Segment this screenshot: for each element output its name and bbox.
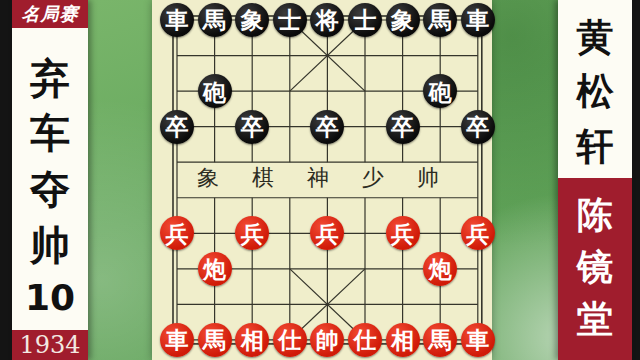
board-cell-r7c3[interactable] — [271, 251, 309, 287]
piece-black-cannon[interactable]: 砲 — [198, 74, 232, 108]
title-char: 夺 — [30, 169, 70, 209]
right-players-panel: 黄 松 轩 陈 镜 堂 — [558, 0, 632, 360]
title-char: 车 — [30, 113, 70, 153]
piece-black-horse[interactable]: 馬 — [423, 3, 457, 37]
piece-black-advisor[interactable]: 士 — [273, 3, 307, 37]
board-cell-r9c7[interactable]: 馬 — [421, 322, 459, 358]
board-cell-r6c7[interactable] — [421, 215, 459, 251]
piece-red-soldier[interactable]: 兵 — [310, 216, 344, 250]
board-cell-r4c5[interactable] — [346, 144, 384, 180]
year-text: 1934 — [19, 333, 80, 357]
piece-black-soldier[interactable]: 卒 — [310, 110, 344, 144]
board-cell-r2c7[interactable]: 砲 — [421, 73, 459, 109]
piece-red-soldier[interactable]: 兵 — [235, 216, 269, 250]
board-cell-r6c2[interactable]: 兵 — [233, 215, 271, 251]
piece-black-soldier[interactable]: 卒 — [461, 110, 495, 144]
board-cell-r6c3[interactable] — [271, 215, 309, 251]
year-banner: 1934 — [12, 330, 88, 360]
board-cell-r8c6[interactable] — [384, 287, 422, 323]
board-cell-r3c6[interactable]: 卒 — [384, 109, 422, 145]
board-cell-r2c2[interactable] — [233, 73, 271, 109]
board-cell-r9c2[interactable]: 相 — [233, 322, 271, 358]
board-cell-r7c4[interactable] — [309, 251, 347, 287]
right-black-edge-strip — [632, 0, 640, 360]
board-cell-r4c7[interactable] — [421, 144, 459, 180]
board-cell-r1c2[interactable] — [233, 38, 271, 74]
board-cell-r3c7[interactable] — [421, 109, 459, 145]
board-cell-r7c0[interactable] — [158, 251, 196, 287]
piece-black-elephant[interactable]: 象 — [235, 3, 269, 37]
piece-black-soldier[interactable]: 卒 — [235, 110, 269, 144]
player-name-char: 陈 — [577, 196, 613, 232]
board-cell-r3c1[interactable] — [196, 109, 234, 145]
board-cell-r4c3[interactable] — [271, 144, 309, 180]
board-cell-r9c3[interactable]: 仕 — [271, 322, 309, 358]
board-cell-r4c4[interactable] — [309, 144, 347, 180]
player-name-char: 轩 — [577, 128, 614, 165]
board-cell-r1c1[interactable] — [196, 38, 234, 74]
board-cell-r7c6[interactable] — [384, 251, 422, 287]
piece-red-cannon[interactable]: 炮 — [198, 252, 232, 286]
piece-red-soldier[interactable]: 兵 — [386, 216, 420, 250]
event-banner: 名局赛 — [12, 0, 88, 28]
board-cell-r5c6[interactable] — [384, 180, 422, 216]
board-cell-r9c6[interactable]: 相 — [384, 322, 422, 358]
board-cell-r3c2[interactable]: 卒 — [233, 109, 271, 145]
board-cell-r6c1[interactable] — [196, 215, 234, 251]
board-cell-r7c1[interactable]: 炮 — [196, 251, 234, 287]
screenshot-stage: 名局赛 弃 车 夺 帅 10 1934 黄 松 轩 陈 镜 堂 — [0, 0, 640, 360]
board-cell-r8c1[interactable] — [196, 287, 234, 323]
board-cell-r0c8[interactable]: 車 — [459, 2, 497, 38]
board-cell-r3c8[interactable]: 卒 — [459, 109, 497, 145]
board-cell-r4c6[interactable] — [384, 144, 422, 180]
board-cell-r2c0[interactable] — [158, 73, 196, 109]
board-cell-r0c2[interactable]: 象 — [233, 2, 271, 38]
board-cell-r1c8[interactable] — [459, 38, 497, 74]
piece-red-soldier[interactable]: 兵 — [160, 216, 194, 250]
board-cell-r4c0[interactable] — [158, 144, 196, 180]
board-cell-r5c3[interactable] — [271, 180, 309, 216]
board-cell-r8c4[interactable] — [309, 287, 347, 323]
board-cell-r6c0[interactable]: 兵 — [158, 215, 196, 251]
title-char: 帅 — [30, 225, 70, 265]
board-cell-r8c5[interactable] — [346, 287, 384, 323]
player-black-name: 黄 松 轩 — [558, 0, 632, 178]
board-cell-r3c4[interactable]: 卒 — [309, 109, 347, 145]
episode-title: 弃 车 夺 帅 10 — [12, 28, 88, 330]
piece-black-chariot[interactable]: 車 — [461, 3, 495, 37]
board-cell-r7c8[interactable] — [459, 251, 497, 287]
board-cell-r4c2[interactable] — [233, 144, 271, 180]
piece-red-chariot[interactable]: 車 — [160, 323, 194, 357]
board-cell-r5c2[interactable] — [233, 180, 271, 216]
piece-red-chariot[interactable]: 車 — [461, 323, 495, 357]
board-cell-r9c4[interactable]: 帥 — [309, 322, 347, 358]
piece-black-soldier[interactable]: 卒 — [386, 110, 420, 144]
board-cell-r5c4[interactable] — [309, 180, 347, 216]
board-cell-r8c0[interactable] — [158, 287, 196, 323]
board-cell-r2c5[interactable] — [346, 73, 384, 109]
board-cell-r2c6[interactable] — [384, 73, 422, 109]
piece-red-horse[interactable]: 馬 — [423, 323, 457, 357]
board-cell-r6c6[interactable]: 兵 — [384, 215, 422, 251]
board-cell-r1c4[interactable] — [309, 38, 347, 74]
board-cell-r9c1[interactable]: 馬 — [196, 322, 234, 358]
board-cell-r5c5[interactable] — [346, 180, 384, 216]
board-cell-r4c8[interactable] — [459, 144, 497, 180]
board-cell-r0c7[interactable]: 馬 — [421, 2, 459, 38]
board-cell-r5c7[interactable] — [421, 180, 459, 216]
board-cell-r7c5[interactable] — [346, 251, 384, 287]
board-cell-r1c0[interactable] — [158, 38, 196, 74]
board-cell-r5c8[interactable] — [459, 180, 497, 216]
board-cell-r9c8[interactable]: 車 — [459, 322, 497, 358]
player-name-char: 镜 — [577, 248, 613, 284]
player-name-char: 黄 — [577, 19, 614, 56]
board-cell-r3c3[interactable] — [271, 109, 309, 145]
piece-black-horse[interactable]: 馬 — [198, 3, 232, 37]
board-cell-r8c2[interactable] — [233, 287, 271, 323]
title-char: 弃 — [30, 58, 70, 98]
player-name-char: 松 — [577, 73, 614, 110]
board-cell-r5c1[interactable] — [196, 180, 234, 216]
left-caption-panel: 名局赛 弃 车 夺 帅 10 1934 — [12, 0, 88, 360]
board-cell-r1c7[interactable] — [421, 38, 459, 74]
piece-red-soldier[interactable]: 兵 — [461, 216, 495, 250]
board-cell-r1c6[interactable] — [384, 38, 422, 74]
piece-red-advisor[interactable]: 仕 — [273, 323, 307, 357]
board-cell-r2c4[interactable] — [309, 73, 347, 109]
piece-black-advisor[interactable]: 士 — [348, 3, 382, 37]
board-cell-r1c3[interactable] — [271, 38, 309, 74]
piece-red-cannon[interactable]: 炮 — [423, 252, 457, 286]
board-cell-r7c7[interactable]: 炮 — [421, 251, 459, 287]
event-banner-text: 名局赛 — [22, 2, 79, 26]
board-cell-r8c7[interactable] — [421, 287, 459, 323]
xiangqi-board: 象 棋 神 少 帅 車馬象士将士象馬車砲砲卒卒卒卒卒兵兵兵兵兵炮炮車馬相仕帥仕相… — [152, 0, 492, 360]
piece-red-advisor[interactable]: 仕 — [348, 323, 382, 357]
board-cell-r7c2[interactable] — [233, 251, 271, 287]
board-cell-r2c1[interactable]: 砲 — [196, 73, 234, 109]
board-cell-r3c5[interactable] — [346, 109, 384, 145]
player-red-name: 陈 镜 堂 — [558, 178, 632, 360]
board-cell-r1c5[interactable] — [346, 38, 384, 74]
board-cell-r3c0[interactable]: 卒 — [158, 109, 196, 145]
board-cell-r9c0[interactable]: 車 — [158, 322, 196, 358]
piece-red-elephant[interactable]: 相 — [386, 323, 420, 357]
board-cell-r0c5[interactable]: 士 — [346, 2, 384, 38]
board-cell-r0c6[interactable]: 象 — [384, 2, 422, 38]
board-cell-r5c0[interactable] — [158, 180, 196, 216]
board-cell-r9c5[interactable]: 仕 — [346, 322, 384, 358]
piece-black-elephant[interactable]: 象 — [386, 3, 420, 37]
piece-red-elephant[interactable]: 相 — [235, 323, 269, 357]
piece-black-chariot[interactable]: 車 — [160, 3, 194, 37]
board-cell-r8c8[interactable] — [459, 287, 497, 323]
board-cell-r4c1[interactable] — [196, 144, 234, 180]
board-cell-r0c3[interactable]: 士 — [271, 2, 309, 38]
player-name-char: 堂 — [577, 300, 613, 336]
board-grid: 車馬象士将士象馬車砲砲卒卒卒卒卒兵兵兵兵兵炮炮車馬相仕帥仕相馬車 — [158, 2, 496, 357]
board-cell-r6c4[interactable]: 兵 — [309, 215, 347, 251]
board-cell-r8c3[interactable] — [271, 287, 309, 323]
episode-number: 10 — [25, 280, 75, 316]
left-black-edge-strip — [0, 0, 12, 360]
board-cell-r2c8[interactable] — [459, 73, 497, 109]
board-cell-r0c4[interactable]: 将 — [309, 2, 347, 38]
board-cell-r0c1[interactable]: 馬 — [196, 2, 234, 38]
piece-red-general[interactable]: 帥 — [310, 323, 344, 357]
piece-black-soldier[interactable]: 卒 — [160, 110, 194, 144]
piece-black-general[interactable]: 将 — [310, 3, 344, 37]
piece-red-horse[interactable]: 馬 — [198, 323, 232, 357]
piece-black-cannon[interactable]: 砲 — [423, 74, 457, 108]
board-cell-r6c5[interactable] — [346, 215, 384, 251]
board-cell-r2c3[interactable] — [271, 73, 309, 109]
board-cell-r0c0[interactable]: 車 — [158, 2, 196, 38]
board-cell-r6c8[interactable]: 兵 — [459, 215, 497, 251]
